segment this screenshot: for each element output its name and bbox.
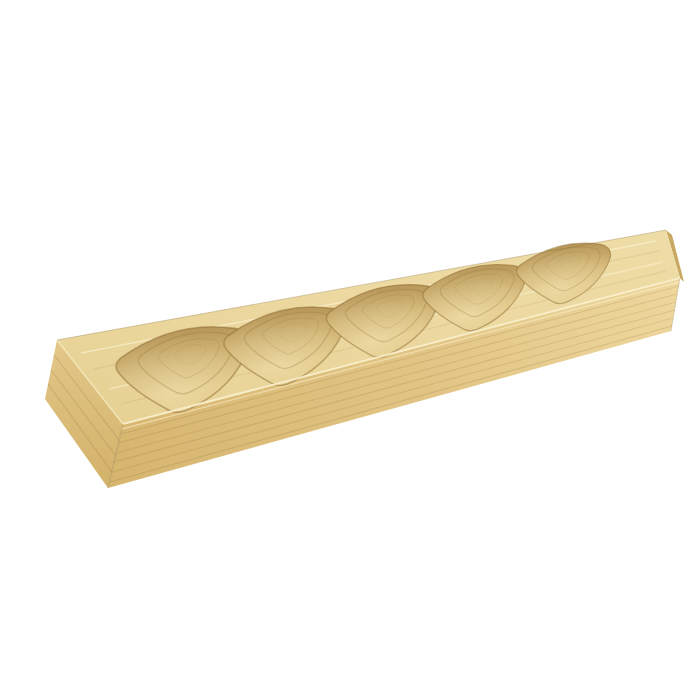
product-photo-stage bbox=[0, 0, 700, 700]
